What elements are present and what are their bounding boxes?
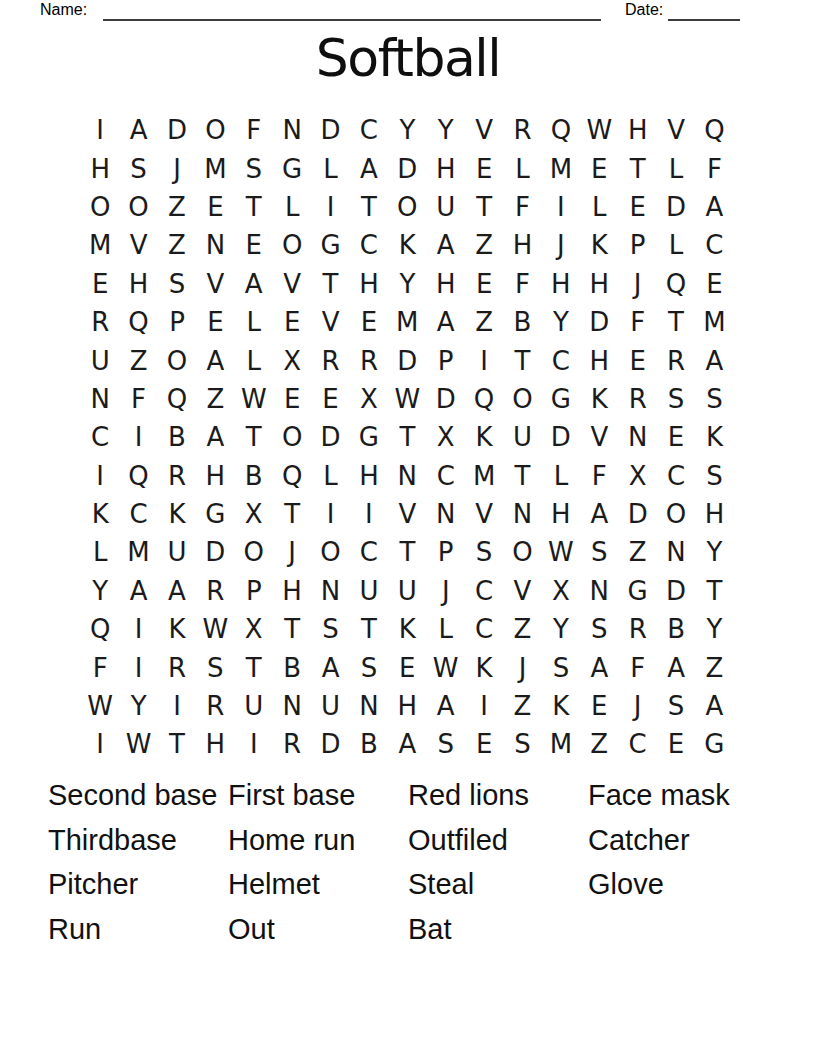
grid-cell[interactable]: L [657,149,695,187]
grid-cell[interactable]: L [427,610,465,648]
grid-cell[interactable]: S [503,725,541,763]
grid-cell[interactable]: J [273,533,311,571]
grid-cell[interactable]: E [196,303,234,341]
grid-cell[interactable]: A [695,687,733,725]
grid-cell[interactable]: T [657,303,695,341]
grid-cell[interactable]: H [196,457,234,495]
grid-cell[interactable]: D [542,418,580,456]
grid-cell[interactable]: K [695,418,733,456]
grid-cell[interactable]: X [350,380,388,418]
date-input-line[interactable] [668,2,740,21]
grid-cell[interactable]: Z [580,725,618,763]
grid-cell[interactable]: F [695,149,733,187]
date-label: Date: [625,1,663,19]
grid-cell[interactable]: C [542,341,580,379]
grid-cell[interactable]: Q [465,380,503,418]
grid-cell[interactable]: C [81,418,119,456]
grid-cell[interactable]: P [158,303,196,341]
grid-cell[interactable]: R [618,610,656,648]
grid-cell[interactable]: H [196,725,234,763]
grid-cell[interactable]: S [465,533,503,571]
grid-cell[interactable]: F [580,457,618,495]
grid-cell[interactable]: S [580,533,618,571]
grid-cell[interactable]: W [81,687,119,725]
grid-cell[interactable]: T [388,418,426,456]
grid-cell[interactable]: K [542,687,580,725]
grid-cell[interactable]: R [158,648,196,686]
grid-cell[interactable]: I [81,111,119,149]
grid-cell[interactable]: J [158,149,196,187]
grid-cell[interactable]: E [388,648,426,686]
grid-cell[interactable]: C [350,533,388,571]
grid-cell[interactable]: F [503,265,541,303]
grid-cell[interactable]: H [81,149,119,187]
grid-cell[interactable]: U [350,572,388,610]
grid-cell[interactable]: H [580,265,618,303]
grid-cell[interactable]: S [657,687,695,725]
grid-cell[interactable]: E [657,725,695,763]
grid-cell[interactable]: S [657,380,695,418]
grid-cell[interactable]: Q [158,380,196,418]
grid-cell[interactable]: Y [695,533,733,571]
grid-cell[interactable]: L [580,188,618,226]
grid-cell[interactable]: E [465,725,503,763]
grid-cell[interactable]: H [695,495,733,533]
grid-cell[interactable]: A [350,149,388,187]
grid-cell[interactable]: R [273,725,311,763]
grid-cell[interactable]: V [388,495,426,533]
grid-cell[interactable]: A [580,495,618,533]
grid-cell[interactable]: B [350,725,388,763]
grid-cell[interactable]: E [81,265,119,303]
grid-cell[interactable]: A [196,418,234,456]
grid-cell[interactable]: Z [158,188,196,226]
grid-cell[interactable]: K [388,226,426,264]
grid-cell[interactable]: F [618,303,656,341]
grid-cell[interactable]: A [235,265,273,303]
grid-cell[interactable]: E [465,265,503,303]
grid-cell[interactable]: E [273,303,311,341]
grid-cell[interactable]: X [235,495,273,533]
grid-cell[interactable]: F [119,380,157,418]
grid-cell[interactable]: I [311,188,349,226]
grid-cell[interactable]: I [81,457,119,495]
grid-cell[interactable]: H [427,149,465,187]
grid-cell[interactable]: K [465,648,503,686]
grid-cell[interactable]: D [311,111,349,149]
grid-cell[interactable]: W [580,111,618,149]
grid-cell[interactable]: H [542,495,580,533]
grid-cell[interactable]: V [657,111,695,149]
grid-cell[interactable]: V [196,265,234,303]
grid-cell[interactable]: A [427,226,465,264]
grid-cell[interactable]: A [388,725,426,763]
grid-cell[interactable]: U [427,188,465,226]
grid-cell[interactable]: V [311,303,349,341]
grid-cell[interactable]: D [657,572,695,610]
grid-cell[interactable]: G [273,149,311,187]
grid-cell[interactable]: D [657,188,695,226]
grid-cell[interactable]: V [465,111,503,149]
word-list-item: Thirdbase [48,824,228,869]
grid-cell[interactable]: T [273,610,311,648]
grid-cell[interactable]: Y [81,572,119,610]
letter-grid: IADOFNDCYYVRQWHVQHSJMSGLADHELMETLFOOZETL… [81,111,734,764]
grid-cell[interactable]: N [196,226,234,264]
grid-cell[interactable]: H [427,265,465,303]
grid-cell[interactable]: A [580,648,618,686]
grid-cell[interactable]: L [235,303,273,341]
grid-cell[interactable]: C [465,610,503,648]
grid-cell[interactable]: D [158,111,196,149]
grid-cell[interactable]: X [427,418,465,456]
grid-cell[interactable]: L [273,188,311,226]
grid-cell[interactable]: I [119,610,157,648]
grid-cell[interactable]: H [618,111,656,149]
grid-cell[interactable]: W [196,610,234,648]
grid-cell[interactable]: S [235,149,273,187]
grid-cell[interactable]: N [273,687,311,725]
grid-cell[interactable]: O [388,188,426,226]
grid-cell[interactable]: E [618,341,656,379]
grid-cell[interactable]: N [618,418,656,456]
grid-cell[interactable]: R [618,380,656,418]
grid-cell[interactable]: C [119,495,157,533]
grid-cell[interactable]: O [119,188,157,226]
grid-cell[interactable]: B [235,457,273,495]
grid-cell[interactable]: J [542,226,580,264]
grid-cell[interactable]: G [196,495,234,533]
grid-cell[interactable]: H [273,572,311,610]
grid-cell[interactable]: E [580,149,618,187]
grid-cell[interactable]: U [503,418,541,456]
grid-cell[interactable]: G [542,380,580,418]
grid-cell[interactable]: H [119,265,157,303]
grid-cell[interactable]: T [235,188,273,226]
grid-cell[interactable]: R [158,457,196,495]
grid-cell[interactable]: O [273,418,311,456]
grid-cell[interactable]: S [158,265,196,303]
grid-cell[interactable]: C [350,111,388,149]
grid-cell[interactable]: A [119,111,157,149]
grid-cell[interactable]: M [81,226,119,264]
grid-cell[interactable]: X [235,610,273,648]
grid-cell[interactable]: E [657,418,695,456]
grid-cell[interactable]: O [657,495,695,533]
grid-cell[interactable]: T [503,341,541,379]
grid-cell[interactable]: Z [119,341,157,379]
grid-cell[interactable]: D [311,418,349,456]
grid-cell[interactable]: S [695,380,733,418]
grid-cell[interactable]: R [196,572,234,610]
grid-cell[interactable]: M [542,725,580,763]
grid-cell[interactable]: T [350,188,388,226]
grid-cell[interactable]: L [311,149,349,187]
grid-cell[interactable]: A [196,341,234,379]
grid-cell[interactable]: T [465,188,503,226]
grid-cell[interactable]: Y [542,610,580,648]
grid-cell[interactable]: X [542,572,580,610]
word-list-item: Pitcher [48,868,228,913]
grid-cell[interactable]: N [273,111,311,149]
grid-cell[interactable]: S [311,610,349,648]
grid-cell[interactable]: Z [618,533,656,571]
grid-cell[interactable]: C [618,725,656,763]
grid-cell[interactable]: K [158,610,196,648]
grid-cell[interactable]: V [119,226,157,264]
grid-cell[interactable]: U [388,572,426,610]
grid-cell[interactable]: Z [196,380,234,418]
grid-cell[interactable]: M [542,149,580,187]
grid-cell[interactable]: Z [465,303,503,341]
grid-cell[interactable]: Y [388,111,426,149]
grid-cell[interactable]: N [311,572,349,610]
grid-cell[interactable]: L [503,149,541,187]
grid-cell[interactable]: T [350,610,388,648]
grid-cell[interactable]: T [158,725,196,763]
grid-cell[interactable]: Z [465,226,503,264]
word-list-item: Second base [48,779,228,824]
grid-cell[interactable]: M [465,457,503,495]
grid-cell[interactable]: P [618,226,656,264]
grid-cell[interactable]: Q [542,111,580,149]
grid-cell[interactable]: I [119,418,157,456]
grid-cell[interactable]: S [350,648,388,686]
grid-cell[interactable]: B [657,610,695,648]
page-title: Softball [0,28,816,88]
grid-cell[interactable]: N [427,495,465,533]
grid-cell[interactable]: K [388,610,426,648]
grid-cell[interactable]: C [465,572,503,610]
grid-cell[interactable]: G [695,725,733,763]
grid-cell[interactable]: B [158,418,196,456]
grid-cell[interactable]: A [427,303,465,341]
grid-cell[interactable]: W [427,648,465,686]
grid-cell[interactable]: G [618,572,656,610]
grid-cell[interactable]: G [350,418,388,456]
grid-cell[interactable]: N [580,572,618,610]
grid-cell[interactable]: S [580,610,618,648]
grid-cell[interactable]: Y [427,111,465,149]
grid-cell[interactable]: I [542,188,580,226]
grid-cell[interactable]: X [618,457,656,495]
grid-cell[interactable]: R [81,303,119,341]
grid-cell[interactable]: M [196,149,234,187]
grid-cell[interactable]: Y [388,265,426,303]
grid-cell[interactable]: X [273,341,311,379]
grid-cell[interactable]: P [235,572,273,610]
grid-cell[interactable]: W [542,533,580,571]
grid-cell[interactable]: C [350,226,388,264]
grid-cell[interactable]: B [273,648,311,686]
grid-cell[interactable]: D [427,380,465,418]
grid-cell[interactable]: N [657,533,695,571]
grid-cell[interactable]: K [580,226,618,264]
grid-cell[interactable]: G [311,226,349,264]
grid-cell[interactable]: I [465,341,503,379]
grid-cell[interactable]: A [427,687,465,725]
grid-cell[interactable]: Y [542,303,580,341]
grid-cell[interactable]: J [618,265,656,303]
grid-cell[interactable]: I [235,725,273,763]
grid-cell[interactable]: R [503,111,541,149]
grid-cell[interactable]: O [503,380,541,418]
grid-cell[interactable]: T [235,418,273,456]
grid-cell[interactable]: R [196,687,234,725]
grid-cell[interactable]: S [542,648,580,686]
word-list: Second baseFirst baseRed lionsFace maskT… [48,779,768,957]
grid-cell[interactable]: C [657,457,695,495]
grid-cell[interactable]: I [158,687,196,725]
grid-cell[interactable]: O [273,226,311,264]
grid-cell[interactable]: D [388,149,426,187]
grid-cell[interactable]: S [196,648,234,686]
grid-cell[interactable]: Z [503,610,541,648]
grid-cell[interactable]: E [618,188,656,226]
grid-cell[interactable]: Y [119,687,157,725]
grid-cell[interactable]: Q [119,457,157,495]
grid-cell[interactable]: H [350,265,388,303]
grid-cell[interactable]: Q [273,457,311,495]
grid-cell[interactable]: Q [81,610,119,648]
grid-cell[interactable]: O [503,533,541,571]
grid-cell[interactable]: Z [503,687,541,725]
grid-cell[interactable]: E [235,226,273,264]
grid-cell[interactable]: Q [657,265,695,303]
grid-cell[interactable]: U [81,341,119,379]
grid-cell[interactable]: K [158,495,196,533]
grid-cell[interactable]: R [350,341,388,379]
grid-cell[interactable]: L [235,341,273,379]
grid-cell[interactable]: A [158,572,196,610]
grid-cell[interactable]: T [503,457,541,495]
grid-cell[interactable]: N [388,457,426,495]
grid-cell[interactable]: I [81,725,119,763]
grid-cell[interactable]: K [81,495,119,533]
word-list-item: First base [228,779,408,824]
grid-cell[interactable]: E [465,149,503,187]
grid-cell[interactable]: A [695,341,733,379]
grid-cell[interactable]: O [81,188,119,226]
grid-cell[interactable]: C [695,226,733,264]
grid-cell[interactable]: I [465,687,503,725]
grid-cell[interactable]: W [119,725,157,763]
grid-cell[interactable]: L [657,226,695,264]
grid-cell[interactable]: H [503,226,541,264]
grid-cell[interactable]: P [427,533,465,571]
grid-cell[interactable]: D [311,725,349,763]
grid-cell[interactable]: N [503,495,541,533]
grid-cell[interactable]: I [350,495,388,533]
grid-cell[interactable]: J [503,648,541,686]
grid-cell[interactable]: Z [695,648,733,686]
grid-cell[interactable]: P [427,341,465,379]
grid-cell[interactable]: T [618,149,656,187]
grid-cell[interactable]: U [158,533,196,571]
grid-cell[interactable]: T [235,648,273,686]
grid-cell[interactable]: U [311,687,349,725]
grid-cell[interactable]: E [580,687,618,725]
grid-cell[interactable]: A [119,572,157,610]
grid-cell[interactable]: D [580,303,618,341]
grid-cell[interactable]: Y [695,610,733,648]
grid-cell[interactable]: T [695,572,733,610]
grid-cell[interactable]: W [388,380,426,418]
grid-cell[interactable]: T [311,265,349,303]
grid-cell[interactable]: F [81,648,119,686]
grid-cell[interactable]: M [695,303,733,341]
grid-cell[interactable]: I [119,648,157,686]
grid-cell[interactable]: O [311,533,349,571]
grid-cell[interactable]: H [388,687,426,725]
grid-cell[interactable]: I [311,495,349,533]
grid-cell[interactable]: A [311,648,349,686]
grid-cell[interactable]: S [119,149,157,187]
grid-cell[interactable]: V [273,265,311,303]
grid-cell[interactable]: D [618,495,656,533]
grid-cell[interactable]: E [311,380,349,418]
grid-cell[interactable]: L [542,457,580,495]
grid-cell[interactable]: S [427,725,465,763]
word-list-item: Home run [228,824,408,869]
grid-cell[interactable]: D [388,341,426,379]
grid-cell[interactable]: Q [695,111,733,149]
grid-cell[interactable]: L [81,533,119,571]
grid-cell[interactable]: O [158,341,196,379]
grid-cell[interactable]: J [618,687,656,725]
grid-cell[interactable]: M [119,533,157,571]
grid-cell[interactable]: D [196,533,234,571]
grid-cell[interactable]: Q [119,303,157,341]
grid-cell[interactable]: J [427,572,465,610]
grid-cell[interactable]: V [580,418,618,456]
grid-cell[interactable]: F [235,111,273,149]
grid-cell[interactable]: M [388,303,426,341]
grid-cell[interactable]: Z [158,226,196,264]
grid-cell[interactable]: A [695,188,733,226]
grid-cell[interactable]: E [273,380,311,418]
grid-cell[interactable]: C [427,457,465,495]
grid-cell[interactable]: K [465,418,503,456]
grid-cell[interactable]: H [542,265,580,303]
grid-cell[interactable]: F [503,188,541,226]
grid-cell[interactable]: O [235,533,273,571]
grid-cell[interactable]: R [657,341,695,379]
grid-cell[interactable]: T [273,495,311,533]
grid-cell[interactable]: U [235,687,273,725]
grid-cell[interactable]: T [388,533,426,571]
grid-cell[interactable]: V [503,572,541,610]
grid-cell[interactable]: B [503,303,541,341]
grid-cell[interactable]: W [235,380,273,418]
grid-cell[interactable]: A [657,648,695,686]
grid-cell[interactable]: O [196,111,234,149]
grid-cell[interactable]: H [350,457,388,495]
grid-cell[interactable]: E [695,265,733,303]
grid-cell[interactable]: E [196,188,234,226]
grid-cell[interactable]: R [311,341,349,379]
grid-cell[interactable]: K [580,380,618,418]
name-input-line[interactable] [103,2,601,21]
grid-cell[interactable]: H [580,341,618,379]
grid-cell[interactable]: N [81,380,119,418]
grid-cell[interactable]: S [695,457,733,495]
grid-cell[interactable]: F [618,648,656,686]
grid-cell[interactable]: V [465,495,503,533]
grid-cell[interactable]: N [350,687,388,725]
grid-cell[interactable]: E [350,303,388,341]
grid-cell[interactable]: L [311,457,349,495]
